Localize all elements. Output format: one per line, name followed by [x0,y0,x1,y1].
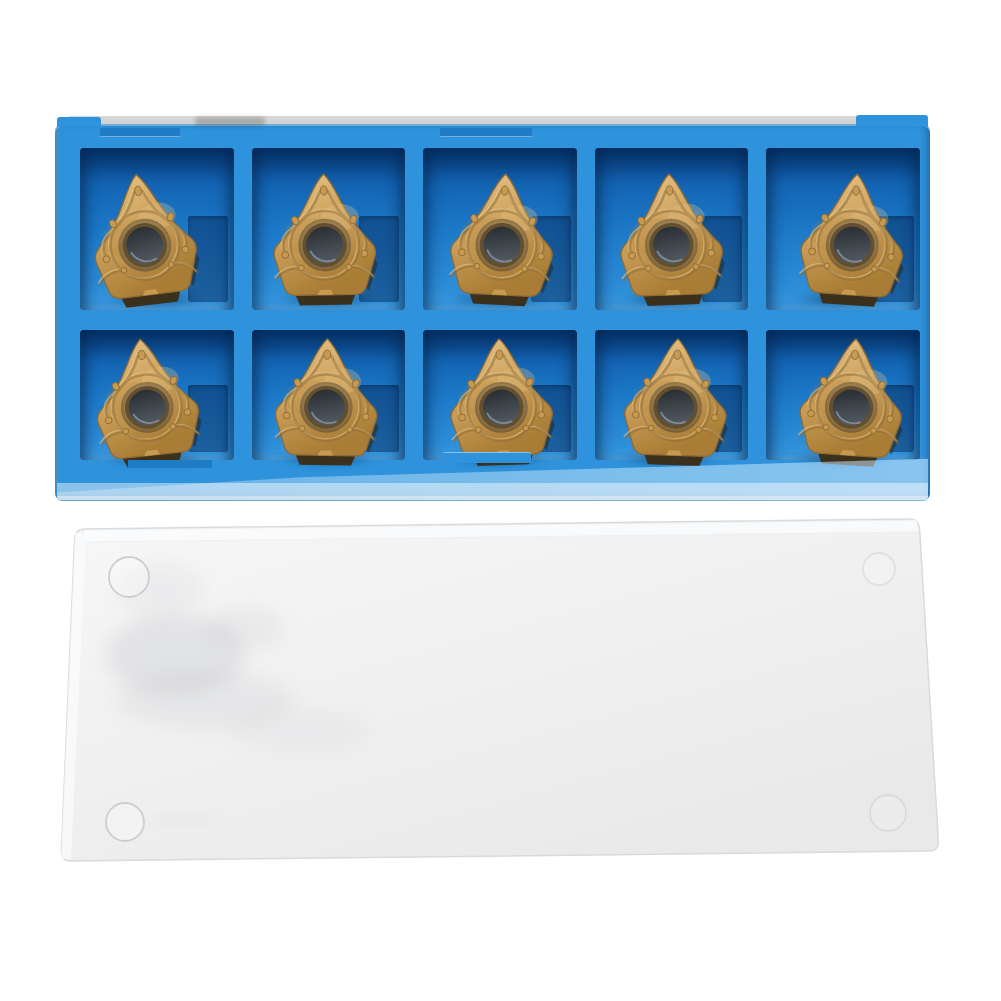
insert-slot [70,163,218,315]
insert-slot [260,334,394,468]
box-corner-tab [856,115,928,127]
compartment [423,148,577,310]
compartment [766,330,920,460]
carbide-insert [607,333,744,470]
compartment [423,330,577,460]
insert-slot [74,329,219,474]
box-rim-notch [100,128,180,137]
carbide-insert [781,331,922,472]
insert-slot [433,333,570,470]
carbide-insert [782,166,923,312]
insert-slot [782,166,923,312]
front-wall-bottom-edge [57,496,928,500]
insert-slot [781,331,922,472]
lid-corner-boss [870,795,906,831]
carbide-insert [70,163,218,315]
box-back-edge-smudge [195,117,265,126]
front-wall-recess [128,460,212,468]
carbide-insert [602,168,739,310]
front-wall-tab [443,452,531,463]
compartment-grid [80,148,920,482]
compartment [80,148,234,310]
product-photo [0,0,1001,1001]
lid-smudge [205,606,285,650]
box-rim-notch [440,128,532,137]
insert-slot [258,169,392,308]
compartment [595,148,749,310]
compartment [766,148,920,310]
carbide-insert [74,329,219,474]
compartment [252,148,406,310]
carbide-insert [433,167,572,311]
insert-slot [433,167,572,311]
box-lid [40,503,960,883]
box-corner-tab [57,117,101,127]
carbide-insert [433,333,570,470]
lid-corner-boss [863,553,895,585]
lid-smudge [230,708,370,752]
carbide-insert [258,169,392,308]
compartment [80,330,234,460]
front-wall-highlight [57,483,928,496]
compartment [595,330,749,460]
insert-box [55,124,930,501]
insert-slot [602,168,739,310]
lid-smudge [149,817,217,823]
lid-corner-boss [109,557,149,597]
compartment [252,330,406,460]
carbide-insert [260,334,394,468]
insert-slot [607,333,744,470]
lid-corner-boss [106,803,144,841]
